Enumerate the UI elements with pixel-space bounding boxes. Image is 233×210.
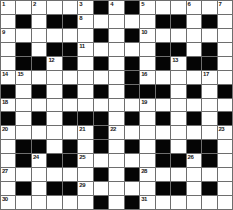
white-cell[interactable] (16, 168, 30, 181)
white-cell[interactable] (140, 154, 154, 167)
black-cell (63, 15, 77, 28)
white-cell[interactable] (187, 29, 201, 42)
white-cell[interactable] (140, 140, 154, 153)
black-cell (202, 57, 216, 70)
white-cell[interactable]: 29 (78, 182, 92, 195)
black-cell (125, 71, 139, 84)
black-cell (94, 112, 108, 125)
clue-number: 7 (219, 1, 222, 8)
white-cell[interactable] (78, 140, 92, 153)
black-cell (125, 29, 139, 42)
black-cell (202, 154, 216, 167)
white-cell[interactable] (109, 85, 123, 98)
black-cell (156, 57, 170, 70)
black-cell (156, 43, 170, 56)
white-cell[interactable] (218, 140, 232, 153)
black-cell (187, 85, 201, 98)
black-cell (32, 140, 46, 153)
white-cell[interactable] (109, 15, 123, 28)
clue-number: 23 (219, 126, 225, 133)
white-cell[interactable] (171, 196, 185, 209)
white-cell[interactable] (109, 29, 123, 42)
white-cell[interactable]: 22 (109, 126, 123, 139)
white-cell[interactable] (156, 126, 170, 139)
clue-number: 26 (188, 154, 194, 161)
white-cell[interactable] (78, 57, 92, 70)
white-cell[interactable] (109, 140, 123, 153)
white-cell[interactable] (109, 112, 123, 125)
black-cell (94, 126, 108, 139)
white-cell[interactable]: 30 (1, 196, 15, 209)
black-cell (16, 15, 30, 28)
white-cell[interactable] (32, 29, 46, 42)
black-cell (94, 168, 108, 181)
white-cell[interactable] (32, 43, 46, 56)
white-cell[interactable] (109, 71, 123, 84)
white-cell[interactable]: 20 (1, 126, 15, 139)
clue-number: 31 (141, 196, 147, 203)
black-cell (156, 182, 170, 195)
white-cell[interactable] (187, 196, 201, 209)
clue-number: 25 (79, 154, 85, 161)
clue-number: 19 (141, 99, 147, 106)
white-cell[interactable] (32, 168, 46, 181)
clue-number: 29 (79, 182, 85, 189)
white-cell[interactable] (202, 29, 216, 42)
crossword-grid: 1234567891011121314151617181920212223242… (0, 0, 233, 210)
white-cell[interactable] (156, 1, 170, 14)
black-cell (94, 57, 108, 70)
white-cell[interactable]: 5 (140, 1, 154, 14)
black-cell (16, 140, 30, 153)
white-cell[interactable] (109, 154, 123, 167)
white-cell[interactable]: 23 (218, 126, 232, 139)
clue-number: 18 (2, 99, 8, 106)
white-cell[interactable] (63, 29, 77, 42)
clue-number: 3 (79, 1, 82, 8)
black-cell (125, 85, 139, 98)
white-cell[interactable] (125, 126, 139, 139)
white-cell[interactable] (78, 168, 92, 181)
black-cell (78, 112, 92, 125)
white-cell[interactable] (94, 71, 108, 84)
white-cell[interactable] (78, 99, 92, 112)
white-cell[interactable] (218, 168, 232, 181)
white-cell[interactable] (187, 71, 201, 84)
white-cell[interactable] (218, 71, 232, 84)
white-cell[interactable] (171, 85, 185, 98)
white-cell[interactable] (94, 99, 108, 112)
white-cell[interactable] (218, 99, 232, 112)
white-cell[interactable] (202, 85, 216, 98)
white-cell[interactable] (47, 29, 61, 42)
black-cell (171, 43, 185, 56)
white-cell[interactable]: 27 (1, 168, 15, 181)
black-cell (218, 112, 232, 125)
white-cell[interactable] (171, 29, 185, 42)
white-cell[interactable] (171, 99, 185, 112)
white-cell[interactable]: 9 (1, 29, 15, 42)
white-cell[interactable] (202, 196, 216, 209)
white-cell[interactable] (218, 154, 232, 167)
white-cell[interactable]: 19 (140, 99, 154, 112)
white-cell[interactable] (94, 154, 108, 167)
clue-number: 16 (141, 71, 147, 78)
white-cell[interactable]: 8 (78, 15, 92, 28)
clue-number: 4 (110, 1, 113, 8)
white-cell[interactable]: 11 (78, 43, 92, 56)
clue-number: 20 (2, 126, 8, 133)
black-cell (125, 57, 139, 70)
clue-number: 15 (17, 71, 23, 78)
black-cell (125, 112, 139, 125)
black-cell (32, 85, 46, 98)
white-cell[interactable]: 28 (140, 168, 154, 181)
black-cell (187, 112, 201, 125)
black-cell (171, 182, 185, 195)
white-cell[interactable] (32, 126, 46, 139)
white-cell[interactable] (32, 196, 46, 209)
black-cell (63, 57, 77, 70)
white-cell[interactable] (78, 85, 92, 98)
white-cell[interactable] (63, 71, 77, 84)
black-cell (156, 85, 170, 98)
black-cell (47, 182, 61, 195)
white-cell[interactable] (125, 182, 139, 195)
white-cell[interactable] (63, 196, 77, 209)
white-cell[interactable] (171, 126, 185, 139)
white-cell[interactable] (16, 85, 30, 98)
white-cell[interactable] (63, 126, 77, 139)
black-cell (94, 85, 108, 98)
white-cell[interactable] (63, 168, 77, 181)
clue-number: 17 (203, 71, 209, 78)
white-cell[interactable] (109, 57, 123, 70)
white-cell[interactable]: 31 (140, 196, 154, 209)
clue-number: 22 (110, 126, 116, 133)
white-cell[interactable]: 25 (78, 154, 92, 167)
black-cell (125, 140, 139, 153)
black-cell (156, 15, 170, 28)
white-cell[interactable] (218, 196, 232, 209)
black-cell (47, 15, 61, 28)
white-cell[interactable]: 1 (1, 1, 15, 14)
white-cell[interactable] (171, 1, 185, 14)
white-cell[interactable] (32, 99, 46, 112)
white-cell[interactable]: 4 (109, 1, 123, 14)
black-cell (156, 154, 170, 167)
clue-number: 9 (2, 29, 5, 36)
white-cell[interactable] (16, 99, 30, 112)
white-cell[interactable] (1, 182, 15, 195)
black-cell (16, 57, 30, 70)
white-cell[interactable] (218, 29, 232, 42)
white-cell[interactable] (125, 43, 139, 56)
white-cell[interactable] (109, 43, 123, 56)
clue-number: 27 (2, 168, 8, 175)
white-cell[interactable] (140, 112, 154, 125)
white-cell[interactable] (47, 168, 61, 181)
black-cell (171, 154, 185, 167)
black-cell (125, 1, 139, 14)
white-cell[interactable]: 10 (140, 29, 154, 42)
white-cell[interactable] (32, 182, 46, 195)
black-cell (63, 154, 77, 167)
white-cell[interactable] (47, 71, 61, 84)
white-cell[interactable] (171, 71, 185, 84)
white-cell[interactable] (187, 168, 201, 181)
black-cell (156, 112, 170, 125)
white-cell[interactable] (187, 126, 201, 139)
white-cell[interactable] (140, 182, 154, 195)
white-cell[interactable]: 24 (32, 154, 46, 167)
white-cell[interactable] (125, 154, 139, 167)
clue-number: 6 (188, 1, 191, 8)
clue-number: 28 (141, 168, 147, 175)
white-cell[interactable] (47, 126, 61, 139)
white-cell[interactable] (202, 99, 216, 112)
white-cell[interactable] (1, 57, 15, 70)
white-cell[interactable] (32, 71, 46, 84)
white-cell[interactable]: 7 (218, 1, 232, 14)
white-cell[interactable] (218, 57, 232, 70)
white-cell[interactable] (202, 168, 216, 181)
white-cell[interactable] (202, 112, 216, 125)
white-cell[interactable] (16, 1, 30, 14)
white-cell[interactable] (156, 29, 170, 42)
black-cell (16, 154, 30, 167)
white-cell[interactable] (1, 15, 15, 28)
white-cell[interactable]: 14 (1, 71, 15, 84)
white-cell[interactable] (171, 112, 185, 125)
white-cell[interactable] (171, 140, 185, 153)
black-cell (156, 140, 170, 153)
black-cell (16, 43, 30, 56)
clue-number: 2 (33, 1, 36, 8)
white-cell[interactable]: 21 (78, 126, 92, 139)
white-cell[interactable] (1, 43, 15, 56)
black-cell (218, 85, 232, 98)
clue-number: 24 (33, 154, 39, 161)
white-cell[interactable] (125, 15, 139, 28)
black-cell (63, 140, 77, 153)
white-cell[interactable] (47, 140, 61, 153)
black-cell (47, 43, 61, 56)
white-cell[interactable] (202, 126, 216, 139)
white-cell[interactable] (125, 99, 139, 112)
black-cell (32, 57, 46, 70)
white-cell[interactable] (140, 43, 154, 56)
white-cell[interactable] (1, 154, 15, 167)
white-cell[interactable] (156, 168, 170, 181)
clue-number: 21 (79, 126, 85, 133)
white-cell[interactable] (63, 99, 77, 112)
white-cell[interactable] (156, 99, 170, 112)
white-cell[interactable] (16, 126, 30, 139)
black-cell (202, 140, 216, 153)
white-cell[interactable] (47, 112, 61, 125)
black-cell (94, 1, 108, 14)
black-cell (63, 85, 77, 98)
white-cell[interactable] (47, 99, 61, 112)
clue-number: 14 (2, 71, 8, 78)
black-cell (32, 112, 46, 125)
white-cell[interactable] (187, 43, 201, 56)
white-cell[interactable] (63, 1, 77, 14)
white-cell[interactable] (47, 196, 61, 209)
white-cell[interactable] (32, 15, 46, 28)
white-cell[interactable] (171, 168, 185, 181)
black-cell (63, 112, 77, 125)
white-cell[interactable] (109, 182, 123, 195)
white-cell[interactable] (187, 99, 201, 112)
white-cell[interactable] (156, 196, 170, 209)
white-cell[interactable]: 17 (202, 71, 216, 84)
white-cell[interactable] (78, 71, 92, 84)
clue-number: 12 (48, 57, 54, 64)
white-cell[interactable]: 6 (187, 1, 201, 14)
black-cell (47, 154, 61, 167)
white-cell[interactable] (94, 15, 108, 28)
white-cell[interactable] (109, 99, 123, 112)
black-cell (202, 15, 216, 28)
white-cell[interactable] (78, 29, 92, 42)
black-cell (125, 168, 139, 181)
white-cell[interactable]: 15 (16, 71, 30, 84)
white-cell[interactable]: 13 (171, 57, 185, 70)
white-cell[interactable] (187, 15, 201, 28)
black-cell (63, 43, 77, 56)
white-cell[interactable] (140, 15, 154, 28)
black-cell (63, 182, 77, 195)
black-cell (16, 182, 30, 195)
white-cell[interactable] (218, 182, 232, 195)
black-cell (187, 57, 201, 70)
black-cell (140, 85, 154, 98)
white-cell[interactable] (218, 43, 232, 56)
white-cell[interactable] (47, 1, 61, 14)
white-cell[interactable] (16, 29, 30, 42)
clue-number: 8 (79, 15, 82, 22)
white-cell[interactable]: 12 (47, 57, 61, 70)
black-cell (187, 140, 201, 153)
black-cell (202, 43, 216, 56)
white-cell[interactable] (202, 1, 216, 14)
white-cell[interactable]: 16 (140, 71, 154, 84)
clue-number: 13 (172, 57, 178, 64)
clue-number: 30 (2, 196, 8, 203)
white-cell[interactable] (187, 182, 201, 195)
white-cell[interactable]: 2 (32, 1, 46, 14)
white-cell[interactable]: 18 (1, 99, 15, 112)
white-cell[interactable] (140, 57, 154, 70)
clue-number: 1 (2, 1, 5, 8)
black-cell (202, 182, 216, 195)
white-cell[interactable] (47, 85, 61, 98)
white-cell[interactable] (109, 168, 123, 181)
white-cell[interactable] (16, 112, 30, 125)
white-cell[interactable] (78, 196, 92, 209)
black-cell (1, 112, 15, 125)
white-cell[interactable] (94, 43, 108, 56)
white-cell[interactable] (109, 196, 123, 209)
white-cell[interactable] (140, 126, 154, 139)
white-cell[interactable] (218, 15, 232, 28)
clue-number: 11 (79, 43, 84, 50)
black-cell (94, 196, 108, 209)
black-cell (1, 85, 15, 98)
black-cell (94, 29, 108, 42)
white-cell[interactable]: 26 (187, 154, 201, 167)
black-cell (94, 140, 108, 153)
white-cell[interactable] (16, 196, 30, 209)
black-cell (125, 196, 139, 209)
white-cell[interactable]: 3 (78, 1, 92, 14)
white-cell[interactable] (1, 140, 15, 153)
clue-number: 10 (141, 29, 147, 36)
clue-number: 5 (141, 1, 144, 8)
white-cell[interactable] (94, 182, 108, 195)
black-cell (171, 15, 185, 28)
white-cell[interactable] (156, 71, 170, 84)
